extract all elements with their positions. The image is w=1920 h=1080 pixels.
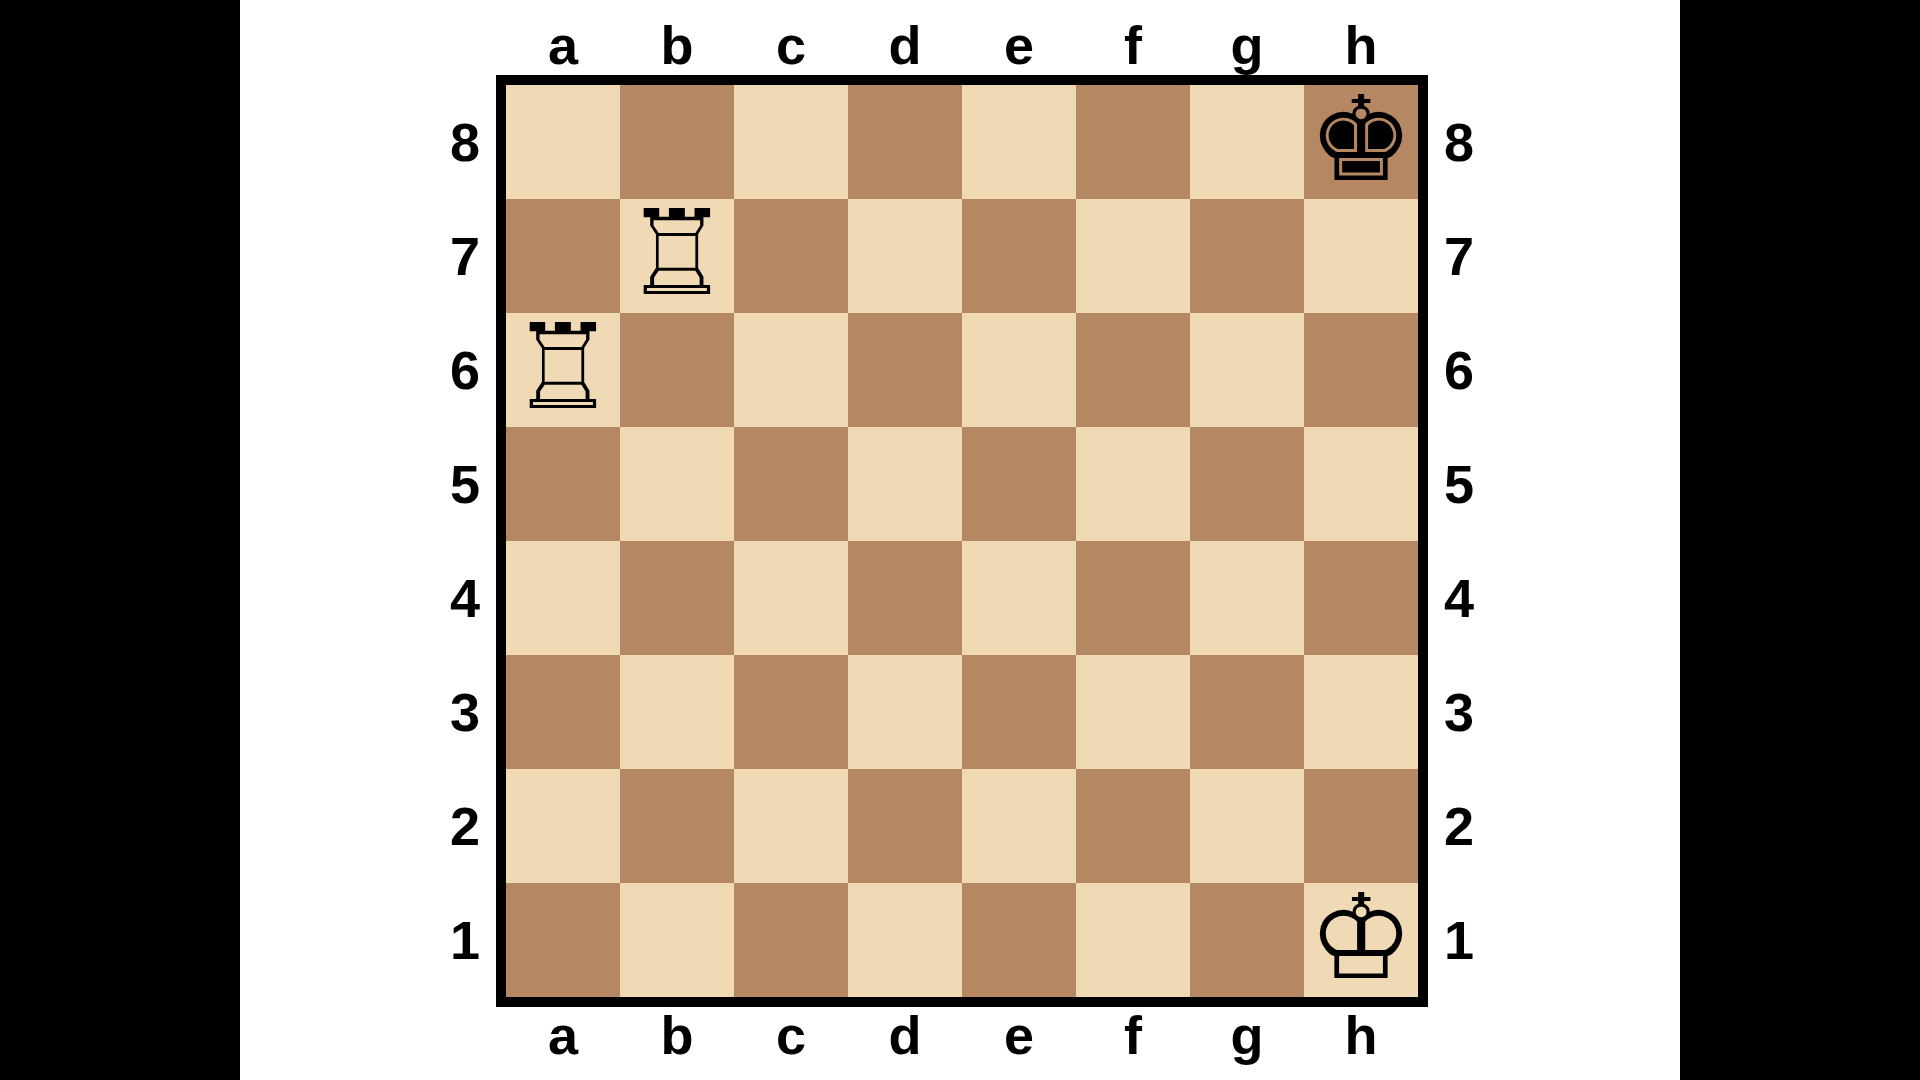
- square-a7[interactable]: [506, 199, 620, 313]
- chess-diagram: abcdefgh 87654321 ♚♖♖♔ 87654321 abcdefgh: [240, 0, 1680, 1080]
- square-h5[interactable]: [1304, 427, 1418, 541]
- square-a8[interactable]: [506, 85, 620, 199]
- rank-label-5: 5: [1428, 427, 1534, 541]
- square-f4[interactable]: [1076, 541, 1190, 655]
- white-rook-piece: ♖: [510, 308, 616, 426]
- square-f3[interactable]: [1076, 655, 1190, 769]
- square-b8[interactable]: [620, 85, 734, 199]
- square-f8[interactable]: [1076, 85, 1190, 199]
- file-label-e: e: [962, 1008, 1076, 1062]
- rank-label-3: 3: [1428, 655, 1534, 769]
- square-e7[interactable]: [962, 199, 1076, 313]
- rank-label-3: 3: [390, 655, 496, 769]
- square-c3[interactable]: [734, 655, 848, 769]
- square-f5[interactable]: [1076, 427, 1190, 541]
- rank-label-7: 7: [390, 199, 496, 313]
- square-h6[interactable]: [1304, 313, 1418, 427]
- rank-labels-left: 87654321: [390, 85, 496, 997]
- square-b7[interactable]: ♖: [620, 199, 734, 313]
- square-g2[interactable]: [1190, 769, 1304, 883]
- square-g8[interactable]: [1190, 85, 1304, 199]
- rank-label-5: 5: [390, 427, 496, 541]
- square-a1[interactable]: [506, 883, 620, 997]
- rank-label-6: 6: [1428, 313, 1534, 427]
- square-d4[interactable]: [848, 541, 962, 655]
- chess-board: ♚♖♖♔: [496, 75, 1428, 1007]
- file-label-f: f: [1076, 1008, 1190, 1062]
- rank-label-2: 2: [1428, 769, 1534, 883]
- square-g4[interactable]: [1190, 541, 1304, 655]
- square-e3[interactable]: [962, 655, 1076, 769]
- square-d6[interactable]: [848, 313, 962, 427]
- square-g7[interactable]: [1190, 199, 1304, 313]
- square-b5[interactable]: [620, 427, 734, 541]
- file-label-a: a: [506, 18, 620, 72]
- square-d3[interactable]: [848, 655, 962, 769]
- rank-label-4: 4: [1428, 541, 1534, 655]
- square-h4[interactable]: [1304, 541, 1418, 655]
- square-a3[interactable]: [506, 655, 620, 769]
- rank-label-2: 2: [390, 769, 496, 883]
- square-h2[interactable]: [1304, 769, 1418, 883]
- file-label-h: h: [1304, 18, 1418, 72]
- square-c6[interactable]: [734, 313, 848, 427]
- square-h8[interactable]: ♚: [1304, 85, 1418, 199]
- square-c5[interactable]: [734, 427, 848, 541]
- black-king-piece: ♚: [1308, 80, 1414, 198]
- square-a5[interactable]: [506, 427, 620, 541]
- square-a4[interactable]: [506, 541, 620, 655]
- white-rook-piece: ♖: [624, 194, 730, 312]
- file-label-g: g: [1190, 18, 1304, 72]
- square-c2[interactable]: [734, 769, 848, 883]
- rank-label-7: 7: [1428, 199, 1534, 313]
- square-h1[interactable]: ♔: [1304, 883, 1418, 997]
- file-label-a: a: [506, 1008, 620, 1062]
- file-labels-top: abcdefgh: [506, 6, 1418, 72]
- rank-label-1: 1: [390, 883, 496, 997]
- square-e1[interactable]: [962, 883, 1076, 997]
- square-b2[interactable]: [620, 769, 734, 883]
- file-label-e: e: [962, 18, 1076, 72]
- square-d8[interactable]: [848, 85, 962, 199]
- square-e4[interactable]: [962, 541, 1076, 655]
- square-d1[interactable]: [848, 883, 962, 997]
- rank-label-8: 8: [390, 85, 496, 199]
- rank-labels-right: 87654321: [1428, 85, 1534, 997]
- square-f6[interactable]: [1076, 313, 1190, 427]
- file-label-d: d: [848, 18, 962, 72]
- file-label-h: h: [1304, 1008, 1418, 1062]
- file-label-b: b: [620, 1008, 734, 1062]
- square-a2[interactable]: [506, 769, 620, 883]
- rank-label-4: 4: [390, 541, 496, 655]
- square-g6[interactable]: [1190, 313, 1304, 427]
- file-label-c: c: [734, 1008, 848, 1062]
- square-g1[interactable]: [1190, 883, 1304, 997]
- rank-label-1: 1: [1428, 883, 1534, 997]
- square-g3[interactable]: [1190, 655, 1304, 769]
- square-e5[interactable]: [962, 427, 1076, 541]
- file-label-b: b: [620, 18, 734, 72]
- square-e2[interactable]: [962, 769, 1076, 883]
- square-h3[interactable]: [1304, 655, 1418, 769]
- square-c8[interactable]: [734, 85, 848, 199]
- letterbox-right: [1680, 0, 1920, 1080]
- square-c7[interactable]: [734, 199, 848, 313]
- white-king-piece: ♔: [1308, 878, 1414, 996]
- square-f1[interactable]: [1076, 883, 1190, 997]
- square-d7[interactable]: [848, 199, 962, 313]
- square-c1[interactable]: [734, 883, 848, 997]
- square-b3[interactable]: [620, 655, 734, 769]
- square-a6[interactable]: ♖: [506, 313, 620, 427]
- file-label-g: g: [1190, 1008, 1304, 1062]
- letterbox-left: [0, 0, 240, 1080]
- square-b6[interactable]: [620, 313, 734, 427]
- square-f2[interactable]: [1076, 769, 1190, 883]
- square-g5[interactable]: [1190, 427, 1304, 541]
- square-c4[interactable]: [734, 541, 848, 655]
- rank-label-8: 8: [1428, 85, 1534, 199]
- square-f7[interactable]: [1076, 199, 1190, 313]
- square-e8[interactable]: [962, 85, 1076, 199]
- square-h7[interactable]: [1304, 199, 1418, 313]
- file-labels-bottom: abcdefgh: [506, 1008, 1418, 1074]
- rank-label-6: 6: [390, 313, 496, 427]
- square-e6[interactable]: [962, 313, 1076, 427]
- file-label-d: d: [848, 1008, 962, 1062]
- file-label-c: c: [734, 18, 848, 72]
- square-b1[interactable]: [620, 883, 734, 997]
- square-d5[interactable]: [848, 427, 962, 541]
- square-b4[interactable]: [620, 541, 734, 655]
- square-d2[interactable]: [848, 769, 962, 883]
- file-label-f: f: [1076, 18, 1190, 72]
